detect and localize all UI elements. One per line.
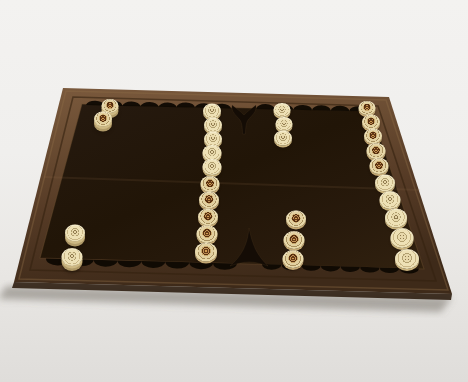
checker-amber[interactable]: [201, 176, 220, 192]
checker-amber[interactable]: [367, 143, 386, 159]
checker-cream[interactable]: [203, 104, 221, 119]
checker-amber[interactable]: [197, 225, 218, 243]
checker-cream[interactable]: [385, 209, 407, 228]
checker-amber[interactable]: [284, 231, 305, 249]
checker-cream[interactable]: [65, 225, 85, 242]
checker-cream[interactable]: [203, 159, 222, 175]
checker-amber[interactable]: [94, 112, 112, 127]
checker-amber[interactable]: [198, 209, 218, 226]
checker-amber[interactable]: [370, 158, 389, 174]
checker-cream[interactable]: [391, 228, 414, 248]
checker-cream[interactable]: [380, 191, 401, 209]
checker-cream[interactable]: [375, 175, 395, 192]
checker-amber[interactable]: [199, 192, 219, 209]
checker-amber[interactable]: [364, 129, 382, 144]
checkers-layer: [0, 0, 468, 382]
photo-backdrop: [0, 0, 468, 382]
checker-cream[interactable]: [62, 248, 83, 266]
checker-cream[interactable]: [274, 103, 291, 117]
checker-cream[interactable]: [276, 117, 293, 131]
checker-cream[interactable]: [204, 118, 222, 133]
checker-amber[interactable]: [286, 211, 306, 228]
checker-amber[interactable]: [283, 250, 304, 268]
checker-cream[interactable]: [395, 249, 419, 269]
checker-amber[interactable]: [362, 115, 380, 130]
checker-cream[interactable]: [274, 131, 292, 146]
checker-amber[interactable]: [195, 243, 217, 262]
checker-amber[interactable]: [359, 101, 376, 115]
